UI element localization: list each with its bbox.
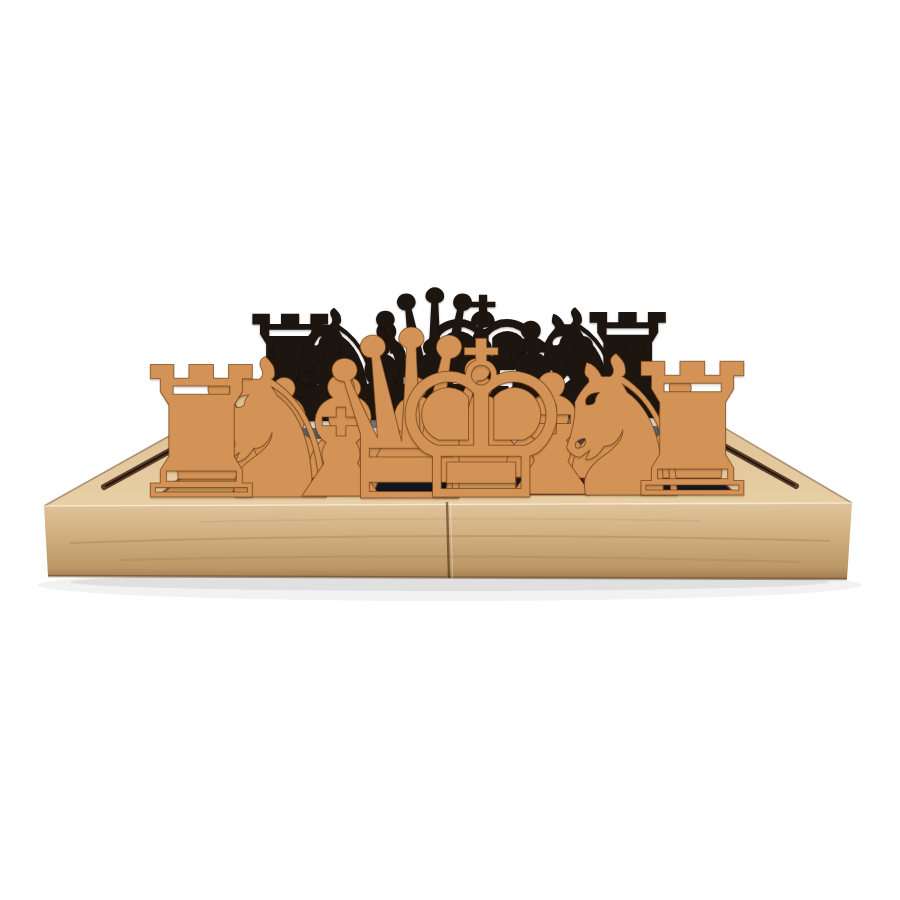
square-g2	[577, 462, 651, 477]
square-b2	[245, 464, 322, 479]
square-f6	[508, 417, 563, 427]
square-h3	[633, 449, 706, 463]
square-h6	[612, 417, 673, 427]
square-d2	[380, 463, 450, 478]
square-c5	[340, 428, 401, 439]
square-b5	[283, 428, 347, 439]
square-f7	[507, 408, 560, 417]
square-d3	[386, 450, 452, 464]
square-c4	[332, 438, 397, 450]
square-b1	[229, 479, 312, 496]
square-c1	[301, 478, 380, 495]
square-g3	[572, 449, 641, 463]
square-c7	[354, 409, 409, 418]
square-e8	[458, 401, 507, 409]
square-d7	[405, 409, 458, 418]
square-g4	[568, 437, 633, 449]
chess-set-photo: ♜♞♝♛♚♝♞♜♟♟♟♟♟♟♟♟♟♟♟♟♟♟♟♟♜♞♝♛♚♝♞♜	[0, 0, 900, 900]
square-e4	[452, 438, 512, 450]
square-d1	[373, 478, 448, 495]
square-f5	[509, 427, 567, 438]
square-b3	[260, 450, 332, 464]
square-b4	[272, 439, 340, 451]
square-c2	[313, 463, 387, 478]
square-c3	[323, 450, 392, 464]
square-e3	[450, 450, 514, 464]
square-c6	[347, 418, 405, 428]
square-e2	[447, 463, 515, 478]
square-d6	[401, 418, 456, 428]
square-e1	[445, 478, 517, 495]
square-h4	[625, 437, 693, 449]
square-g7	[557, 408, 612, 417]
square-b7	[303, 410, 360, 419]
square-g1	[583, 477, 662, 494]
square-d5	[397, 427, 455, 438]
square-h2	[641, 462, 719, 477]
square-f3	[512, 449, 577, 463]
square-g6	[560, 417, 618, 427]
square-c8	[360, 401, 412, 409]
square-d4	[392, 438, 454, 450]
square-h7	[606, 408, 664, 417]
square-b6	[294, 418, 354, 428]
square-g5	[564, 427, 625, 438]
square-f2	[513, 463, 583, 478]
square-b8	[311, 401, 365, 409]
square-f4	[511, 438, 573, 450]
square-f1	[515, 478, 589, 495]
square-g8	[553, 400, 605, 408]
square-e5	[454, 427, 511, 438]
square-h8	[601, 400, 656, 408]
square-e6	[455, 418, 509, 428]
square-f8	[506, 400, 556, 408]
square-h5	[618, 426, 682, 437]
square-h1	[651, 477, 735, 494]
square-d8	[409, 401, 459, 409]
square-e7	[457, 409, 509, 418]
